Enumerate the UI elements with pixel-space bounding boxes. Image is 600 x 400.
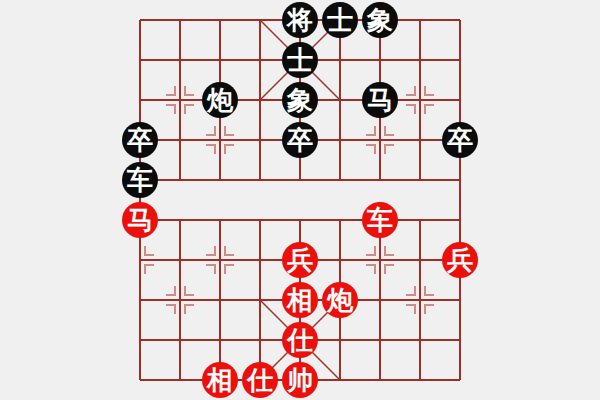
piece-black-soldier[interactable]: 卒 — [282, 122, 318, 158]
piece-black-soldier[interactable]: 卒 — [122, 122, 158, 158]
piece-red-soldier[interactable]: 兵 — [282, 242, 318, 278]
board-point: 车 — [360, 200, 400, 240]
board-point: 相 — [200, 360, 240, 400]
piece-black-soldier[interactable]: 卒 — [442, 122, 478, 158]
piece-black-cannon[interactable]: 炮 — [202, 82, 238, 118]
piece-red-horse[interactable]: 马 — [122, 202, 158, 238]
board-point: 卒 — [280, 120, 320, 160]
board-point: 将 — [280, 0, 320, 40]
piece-red-elephant[interactable]: 相 — [202, 362, 238, 398]
piece-red-general[interactable]: 帅 — [282, 362, 318, 398]
board-point: 仕 — [280, 320, 320, 360]
piece-black-chariot[interactable]: 车 — [122, 162, 158, 198]
board-point: 车 — [120, 160, 160, 200]
board-point: 兵 — [280, 240, 320, 280]
piece-black-advisor[interactable]: 士 — [322, 2, 358, 38]
board-point: 象 — [280, 80, 320, 120]
board-point: 士 — [320, 0, 360, 40]
board-point: 炮 — [320, 280, 360, 320]
board-point: 仕 — [240, 360, 280, 400]
board-point: 马 — [360, 80, 400, 120]
piece-black-elephant[interactable]: 象 — [282, 82, 318, 118]
piece-red-soldier[interactable]: 兵 — [442, 242, 478, 278]
piece-black-advisor[interactable]: 士 — [282, 42, 318, 78]
board-point: 帅 — [280, 360, 320, 400]
xiangqi-board[interactable]: 将士象士炮象马卒卒卒车马车兵兵相炮仕相仕帅 — [0, 0, 600, 400]
board-point: 兵 — [440, 240, 480, 280]
piece-black-horse[interactable]: 马 — [362, 82, 398, 118]
piece-red-advisor[interactable]: 仕 — [242, 362, 278, 398]
piece-red-cannon[interactable]: 炮 — [322, 282, 358, 318]
piece-black-elephant[interactable]: 象 — [362, 2, 398, 38]
piece-red-advisor[interactable]: 仕 — [282, 322, 318, 358]
xiangqi-app: 将士象士炮象马卒卒卒车马车兵兵相炮仕相仕帅 — [0, 0, 600, 400]
board-point: 炮 — [200, 80, 240, 120]
board-point: 卒 — [440, 120, 480, 160]
board-point: 士 — [280, 40, 320, 80]
board-point: 马 — [120, 200, 160, 240]
piece-black-general[interactable]: 将 — [282, 2, 318, 38]
board-point: 卒 — [120, 120, 160, 160]
piece-layer: 将士象士炮象马卒卒卒车马车兵兵相炮仕相仕帅 — [120, 0, 480, 400]
piece-red-elephant[interactable]: 相 — [282, 282, 318, 318]
board-point: 相 — [280, 280, 320, 320]
piece-red-chariot[interactable]: 车 — [362, 202, 398, 238]
board-point: 象 — [360, 0, 400, 40]
